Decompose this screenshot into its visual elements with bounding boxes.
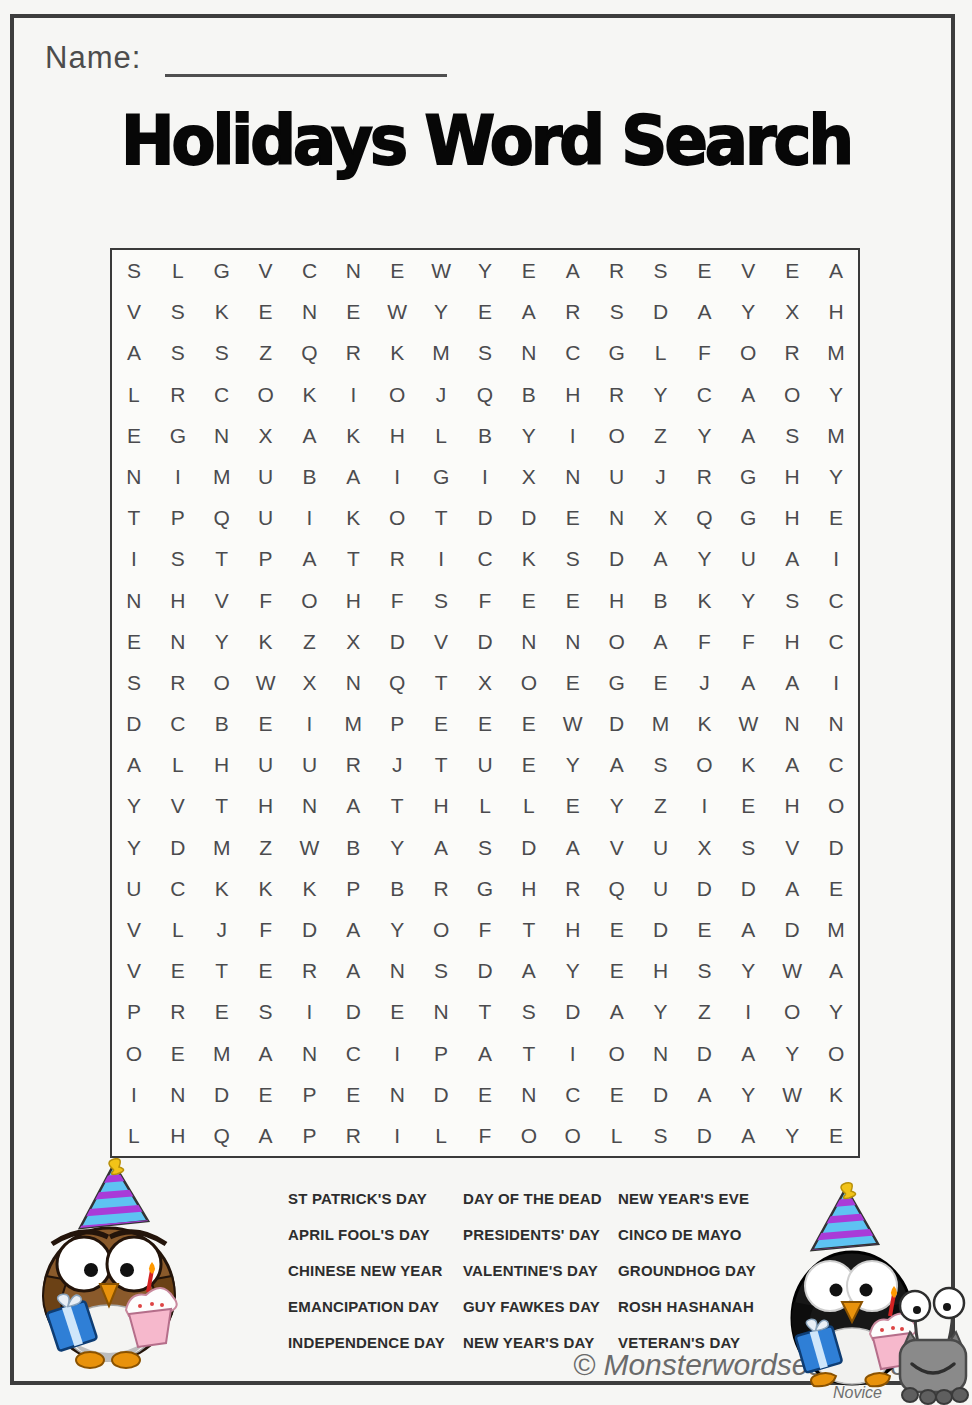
grid-cell-r4c6[interactable]: I: [331, 374, 375, 415]
grid-cell-r4c1[interactable]: L: [112, 374, 156, 415]
grid-cell-r10c8[interactable]: V: [419, 621, 463, 662]
grid-cell-r19c17[interactable]: Y: [814, 991, 858, 1032]
grid-cell-r7c12[interactable]: N: [595, 497, 639, 538]
grid-cell-r5c1[interactable]: E: [112, 415, 156, 456]
grid-cell-r8c3[interactable]: T: [200, 538, 244, 579]
grid-cell-r10c14[interactable]: F: [682, 621, 726, 662]
grid-cell-r10c7[interactable]: D: [375, 621, 419, 662]
grid-cell-r5c12[interactable]: O: [595, 415, 639, 456]
grid-cell-r8c5[interactable]: A: [288, 538, 332, 579]
grid-cell-r4c11[interactable]: H: [551, 374, 595, 415]
grid-cell-r18c14[interactable]: S: [682, 950, 726, 991]
grid-cell-r21c9[interactable]: E: [463, 1074, 507, 1115]
grid-cell-r22c3[interactable]: Q: [200, 1115, 244, 1156]
grid-cell-r13c10[interactable]: E: [507, 744, 551, 785]
grid-cell-r9c16[interactable]: S: [770, 579, 814, 620]
grid-cell-r10c12[interactable]: O: [595, 621, 639, 662]
grid-cell-r1c11[interactable]: A: [551, 250, 595, 291]
grid-cell-r18c15[interactable]: Y: [726, 950, 770, 991]
grid-cell-r5c8[interactable]: L: [419, 415, 463, 456]
grid-cell-r2c16[interactable]: X: [770, 291, 814, 332]
grid-cell-r2c9[interactable]: E: [463, 291, 507, 332]
grid-cell-r22c4[interactable]: A: [244, 1115, 288, 1156]
grid-cell-r12c11[interactable]: W: [551, 703, 595, 744]
grid-cell-r8c1[interactable]: I: [112, 538, 156, 579]
grid-cell-r11c3[interactable]: O: [200, 662, 244, 703]
grid-cell-r5c15[interactable]: A: [726, 415, 770, 456]
grid-cell-r14c3[interactable]: T: [200, 785, 244, 826]
grid-cell-r4c5[interactable]: K: [288, 374, 332, 415]
grid-cell-r3c11[interactable]: C: [551, 332, 595, 373]
grid-cell-r5c14[interactable]: Y: [682, 415, 726, 456]
grid-cell-r2c2[interactable]: S: [156, 291, 200, 332]
grid-cell-r20c15[interactable]: A: [726, 1032, 770, 1073]
grid-cell-r10c4[interactable]: K: [244, 621, 288, 662]
grid-cell-r9c1[interactable]: N: [112, 579, 156, 620]
grid-cell-r8c7[interactable]: R: [375, 538, 419, 579]
grid-cell-r1c15[interactable]: V: [726, 250, 770, 291]
grid-cell-r21c15[interactable]: Y: [726, 1074, 770, 1115]
grid-cell-r16c15[interactable]: D: [726, 868, 770, 909]
grid-cell-r6c14[interactable]: R: [682, 456, 726, 497]
grid-cell-r7c9[interactable]: D: [463, 497, 507, 538]
grid-cell-r5c7[interactable]: H: [375, 415, 419, 456]
grid-cell-r15c1[interactable]: Y: [112, 827, 156, 868]
grid-cell-r19c12[interactable]: A: [595, 991, 639, 1032]
grid-cell-r11c2[interactable]: R: [156, 662, 200, 703]
grid-cell-r14c5[interactable]: N: [288, 785, 332, 826]
grid-cell-r14c8[interactable]: H: [419, 785, 463, 826]
grid-cell-r1c14[interactable]: E: [682, 250, 726, 291]
grid-cell-r15c2[interactable]: D: [156, 827, 200, 868]
grid-cell-r1c10[interactable]: E: [507, 250, 551, 291]
grid-cell-r22c7[interactable]: I: [375, 1115, 419, 1156]
grid-cell-r5c11[interactable]: I: [551, 415, 595, 456]
grid-cell-r8c6[interactable]: T: [331, 538, 375, 579]
grid-cell-r9c8[interactable]: S: [419, 579, 463, 620]
grid-cell-r17c3[interactable]: J: [200, 909, 244, 950]
grid-cell-r11c6[interactable]: N: [331, 662, 375, 703]
grid-cell-r18c9[interactable]: D: [463, 950, 507, 991]
grid-cell-r2c13[interactable]: D: [639, 291, 683, 332]
grid-cell-r9c14[interactable]: K: [682, 579, 726, 620]
grid-cell-r22c17[interactable]: E: [814, 1115, 858, 1156]
grid-cell-r5c10[interactable]: Y: [507, 415, 551, 456]
grid-cell-r17c14[interactable]: E: [682, 909, 726, 950]
grid-cell-r1c16[interactable]: E: [770, 250, 814, 291]
grid-cell-r11c1[interactable]: S: [112, 662, 156, 703]
grid-cell-r19c16[interactable]: O: [770, 991, 814, 1032]
grid-cell-r21c17[interactable]: K: [814, 1074, 858, 1115]
grid-cell-r9c5[interactable]: O: [288, 579, 332, 620]
grid-cell-r8c2[interactable]: S: [156, 538, 200, 579]
grid-cell-r21c3[interactable]: D: [200, 1074, 244, 1115]
grid-cell-r20c8[interactable]: P: [419, 1032, 463, 1073]
grid-cell-r3c8[interactable]: M: [419, 332, 463, 373]
grid-cell-r2c12[interactable]: S: [595, 291, 639, 332]
grid-cell-r3c16[interactable]: R: [770, 332, 814, 373]
grid-cell-r9c15[interactable]: Y: [726, 579, 770, 620]
grid-cell-r7c16[interactable]: H: [770, 497, 814, 538]
grid-cell-r4c15[interactable]: A: [726, 374, 770, 415]
grid-cell-r16c1[interactable]: U: [112, 868, 156, 909]
grid-cell-r12c14[interactable]: K: [682, 703, 726, 744]
grid-cell-r21c8[interactable]: D: [419, 1074, 463, 1115]
grid-cell-r13c16[interactable]: A: [770, 744, 814, 785]
grid-cell-r21c7[interactable]: N: [375, 1074, 419, 1115]
grid-cell-r13c8[interactable]: T: [419, 744, 463, 785]
grid-cell-r20c16[interactable]: Y: [770, 1032, 814, 1073]
grid-cell-r19c11[interactable]: D: [551, 991, 595, 1032]
grid-cell-r22c1[interactable]: L: [112, 1115, 156, 1156]
grid-cell-r20c13[interactable]: N: [639, 1032, 683, 1073]
grid-cell-r11c15[interactable]: A: [726, 662, 770, 703]
grid-cell-r11c9[interactable]: X: [463, 662, 507, 703]
grid-cell-r14c17[interactable]: O: [814, 785, 858, 826]
grid-cell-r7c1[interactable]: T: [112, 497, 156, 538]
grid-cell-r8c4[interactable]: P: [244, 538, 288, 579]
grid-cell-r14c13[interactable]: Z: [639, 785, 683, 826]
grid-cell-r6c2[interactable]: I: [156, 456, 200, 497]
grid-cell-r13c5[interactable]: U: [288, 744, 332, 785]
grid-cell-r16c14[interactable]: D: [682, 868, 726, 909]
grid-cell-r19c14[interactable]: Z: [682, 991, 726, 1032]
grid-cell-r22c8[interactable]: L: [419, 1115, 463, 1156]
grid-cell-r11c11[interactable]: E: [551, 662, 595, 703]
grid-cell-r17c13[interactable]: D: [639, 909, 683, 950]
grid-cell-r15c16[interactable]: V: [770, 827, 814, 868]
grid-cell-r21c12[interactable]: E: [595, 1074, 639, 1115]
grid-cell-r20c10[interactable]: T: [507, 1032, 551, 1073]
grid-cell-r10c1[interactable]: E: [112, 621, 156, 662]
grid-cell-r17c9[interactable]: F: [463, 909, 507, 950]
grid-cell-r20c7[interactable]: I: [375, 1032, 419, 1073]
grid-cell-r12c4[interactable]: E: [244, 703, 288, 744]
grid-cell-r19c9[interactable]: T: [463, 991, 507, 1032]
grid-cell-r4c14[interactable]: C: [682, 374, 726, 415]
grid-cell-r2c14[interactable]: A: [682, 291, 726, 332]
grid-cell-r18c13[interactable]: H: [639, 950, 683, 991]
grid-cell-r7c2[interactable]: P: [156, 497, 200, 538]
grid-cell-r5c13[interactable]: Z: [639, 415, 683, 456]
grid-cell-r12c6[interactable]: M: [331, 703, 375, 744]
grid-cell-r7c17[interactable]: E: [814, 497, 858, 538]
grid-cell-r5c2[interactable]: G: [156, 415, 200, 456]
grid-cell-r4c3[interactable]: C: [200, 374, 244, 415]
grid-cell-r17c12[interactable]: E: [595, 909, 639, 950]
grid-cell-r3c2[interactable]: S: [156, 332, 200, 373]
grid-cell-r14c14[interactable]: I: [682, 785, 726, 826]
grid-cell-r22c16[interactable]: Y: [770, 1115, 814, 1156]
grid-cell-r3c6[interactable]: R: [331, 332, 375, 373]
grid-cell-r13c1[interactable]: A: [112, 744, 156, 785]
grid-cell-r22c15[interactable]: A: [726, 1115, 770, 1156]
grid-cell-r12c2[interactable]: C: [156, 703, 200, 744]
grid-cell-r12c12[interactable]: D: [595, 703, 639, 744]
grid-cell-r19c2[interactable]: R: [156, 991, 200, 1032]
grid-cell-r21c10[interactable]: N: [507, 1074, 551, 1115]
grid-cell-r21c2[interactable]: N: [156, 1074, 200, 1115]
grid-cell-r18c2[interactable]: E: [156, 950, 200, 991]
grid-cell-r1c7[interactable]: E: [375, 250, 419, 291]
grid-cell-r14c1[interactable]: Y: [112, 785, 156, 826]
grid-cell-r5c16[interactable]: S: [770, 415, 814, 456]
grid-cell-r1c5[interactable]: C: [288, 250, 332, 291]
grid-cell-r4c9[interactable]: Q: [463, 374, 507, 415]
grid-cell-r14c6[interactable]: A: [331, 785, 375, 826]
grid-cell-r1c3[interactable]: G: [200, 250, 244, 291]
grid-cell-r6c4[interactable]: U: [244, 456, 288, 497]
grid-cell-r3c14[interactable]: F: [682, 332, 726, 373]
grid-cell-r8c10[interactable]: K: [507, 538, 551, 579]
grid-cell-r9c3[interactable]: V: [200, 579, 244, 620]
grid-cell-r12c15[interactable]: W: [726, 703, 770, 744]
grid-cell-r15c14[interactable]: X: [682, 827, 726, 868]
grid-cell-r7c5[interactable]: I: [288, 497, 332, 538]
grid-cell-r3c15[interactable]: O: [726, 332, 770, 373]
grid-cell-r17c11[interactable]: H: [551, 909, 595, 950]
grid-cell-r15c12[interactable]: V: [595, 827, 639, 868]
grid-cell-r20c6[interactable]: C: [331, 1032, 375, 1073]
grid-cell-r16c2[interactable]: C: [156, 868, 200, 909]
grid-cell-r9c7[interactable]: F: [375, 579, 419, 620]
grid-cell-r6c10[interactable]: X: [507, 456, 551, 497]
grid-cell-r2c8[interactable]: Y: [419, 291, 463, 332]
grid-cell-r11c12[interactable]: G: [595, 662, 639, 703]
grid-cell-r3c12[interactable]: G: [595, 332, 639, 373]
grid-cell-r13c17[interactable]: C: [814, 744, 858, 785]
name-blank-line[interactable]: [165, 42, 447, 77]
grid-cell-r20c3[interactable]: M: [200, 1032, 244, 1073]
grid-cell-r4c12[interactable]: R: [595, 374, 639, 415]
grid-cell-r15c6[interactable]: B: [331, 827, 375, 868]
grid-cell-r18c5[interactable]: R: [288, 950, 332, 991]
grid-cell-r22c14[interactable]: D: [682, 1115, 726, 1156]
grid-cell-r13c3[interactable]: H: [200, 744, 244, 785]
grid-cell-r17c1[interactable]: V: [112, 909, 156, 950]
grid-cell-r20c11[interactable]: I: [551, 1032, 595, 1073]
grid-cell-r12c3[interactable]: B: [200, 703, 244, 744]
grid-cell-r18c6[interactable]: A: [331, 950, 375, 991]
grid-cell-r13c6[interactable]: R: [331, 744, 375, 785]
grid-cell-r6c7[interactable]: I: [375, 456, 419, 497]
grid-cell-r4c2[interactable]: R: [156, 374, 200, 415]
grid-cell-r8c15[interactable]: U: [726, 538, 770, 579]
grid-cell-r16c9[interactable]: G: [463, 868, 507, 909]
grid-cell-r6c5[interactable]: B: [288, 456, 332, 497]
grid-cell-r15c5[interactable]: W: [288, 827, 332, 868]
grid-cell-r13c4[interactable]: U: [244, 744, 288, 785]
grid-cell-r22c5[interactable]: P: [288, 1115, 332, 1156]
grid-cell-r3c10[interactable]: N: [507, 332, 551, 373]
grid-cell-r1c1[interactable]: S: [112, 250, 156, 291]
grid-cell-r5c5[interactable]: A: [288, 415, 332, 456]
grid-cell-r9c4[interactable]: F: [244, 579, 288, 620]
grid-cell-r19c6[interactable]: D: [331, 991, 375, 1032]
grid-cell-r21c13[interactable]: D: [639, 1074, 683, 1115]
grid-cell-r16c3[interactable]: K: [200, 868, 244, 909]
grid-cell-r18c1[interactable]: V: [112, 950, 156, 991]
grid-cell-r10c5[interactable]: Z: [288, 621, 332, 662]
grid-cell-r1c2[interactable]: L: [156, 250, 200, 291]
grid-cell-r3c13[interactable]: L: [639, 332, 683, 373]
grid-cell-r6c12[interactable]: U: [595, 456, 639, 497]
grid-cell-r1c17[interactable]: A: [814, 250, 858, 291]
grid-cell-r11c5[interactable]: X: [288, 662, 332, 703]
grid-cell-r2c17[interactable]: H: [814, 291, 858, 332]
grid-cell-r18c3[interactable]: T: [200, 950, 244, 991]
grid-cell-r1c9[interactable]: Y: [463, 250, 507, 291]
grid-cell-r16c8[interactable]: R: [419, 868, 463, 909]
grid-cell-r5c9[interactable]: B: [463, 415, 507, 456]
grid-cell-r21c16[interactable]: W: [770, 1074, 814, 1115]
grid-cell-r2c11[interactable]: R: [551, 291, 595, 332]
grid-cell-r12c10[interactable]: E: [507, 703, 551, 744]
grid-cell-r14c12[interactable]: Y: [595, 785, 639, 826]
grid-cell-r8c17[interactable]: I: [814, 538, 858, 579]
grid-cell-r19c7[interactable]: E: [375, 991, 419, 1032]
grid-cell-r5c3[interactable]: N: [200, 415, 244, 456]
grid-cell-r3c5[interactable]: Q: [288, 332, 332, 373]
grid-cell-r6c3[interactable]: M: [200, 456, 244, 497]
grid-cell-r11c14[interactable]: J: [682, 662, 726, 703]
grid-cell-r10c13[interactable]: A: [639, 621, 683, 662]
grid-cell-r8c12[interactable]: D: [595, 538, 639, 579]
grid-cell-r4c8[interactable]: J: [419, 374, 463, 415]
grid-cell-r12c13[interactable]: M: [639, 703, 683, 744]
grid-cell-r22c6[interactable]: R: [331, 1115, 375, 1156]
grid-cell-r6c15[interactable]: G: [726, 456, 770, 497]
grid-cell-r2c1[interactable]: V: [112, 291, 156, 332]
grid-cell-r20c1[interactable]: O: [112, 1032, 156, 1073]
grid-cell-r2c6[interactable]: E: [331, 291, 375, 332]
grid-cell-r12c9[interactable]: E: [463, 703, 507, 744]
grid-cell-r15c9[interactable]: S: [463, 827, 507, 868]
grid-cell-r10c2[interactable]: N: [156, 621, 200, 662]
grid-cell-r15c8[interactable]: A: [419, 827, 463, 868]
grid-cell-r18c16[interactable]: W: [770, 950, 814, 991]
grid-cell-r9c9[interactable]: F: [463, 579, 507, 620]
grid-cell-r18c12[interactable]: E: [595, 950, 639, 991]
grid-cell-r18c4[interactable]: E: [244, 950, 288, 991]
grid-cell-r17c6[interactable]: A: [331, 909, 375, 950]
grid-cell-r17c8[interactable]: O: [419, 909, 463, 950]
grid-cell-r16c10[interactable]: H: [507, 868, 551, 909]
grid-cell-r11c16[interactable]: A: [770, 662, 814, 703]
grid-cell-r13c7[interactable]: J: [375, 744, 419, 785]
grid-cell-r16c12[interactable]: Q: [595, 868, 639, 909]
grid-cell-r4c13[interactable]: Y: [639, 374, 683, 415]
grid-cell-r13c14[interactable]: O: [682, 744, 726, 785]
grid-cell-r21c1[interactable]: I: [112, 1074, 156, 1115]
grid-cell-r8c8[interactable]: I: [419, 538, 463, 579]
grid-cell-r9c17[interactable]: C: [814, 579, 858, 620]
grid-cell-r17c16[interactable]: D: [770, 909, 814, 950]
grid-cell-r19c1[interactable]: P: [112, 991, 156, 1032]
grid-cell-r17c15[interactable]: A: [726, 909, 770, 950]
grid-cell-r20c17[interactable]: O: [814, 1032, 858, 1073]
grid-cell-r18c7[interactable]: N: [375, 950, 419, 991]
grid-cell-r7c8[interactable]: T: [419, 497, 463, 538]
grid-cell-r3c9[interactable]: S: [463, 332, 507, 373]
grid-cell-r16c11[interactable]: R: [551, 868, 595, 909]
grid-cell-r10c16[interactable]: H: [770, 621, 814, 662]
grid-cell-r4c17[interactable]: Y: [814, 374, 858, 415]
grid-cell-r1c6[interactable]: N: [331, 250, 375, 291]
grid-cell-r12c7[interactable]: P: [375, 703, 419, 744]
grid-cell-r19c4[interactable]: S: [244, 991, 288, 1032]
grid-cell-r22c2[interactable]: H: [156, 1115, 200, 1156]
grid-cell-r1c12[interactable]: R: [595, 250, 639, 291]
grid-cell-r21c11[interactable]: C: [551, 1074, 595, 1115]
grid-cell-r15c15[interactable]: S: [726, 827, 770, 868]
grid-cell-r3c7[interactable]: K: [375, 332, 419, 373]
grid-cell-r17c7[interactable]: Y: [375, 909, 419, 950]
grid-cell-r7c10[interactable]: D: [507, 497, 551, 538]
grid-cell-r10c11[interactable]: N: [551, 621, 595, 662]
grid-cell-r14c9[interactable]: L: [463, 785, 507, 826]
grid-cell-r3c4[interactable]: Z: [244, 332, 288, 373]
grid-cell-r18c10[interactable]: A: [507, 950, 551, 991]
grid-cell-r9c6[interactable]: H: [331, 579, 375, 620]
grid-cell-r17c2[interactable]: L: [156, 909, 200, 950]
grid-cell-r14c7[interactable]: T: [375, 785, 419, 826]
grid-cell-r4c7[interactable]: O: [375, 374, 419, 415]
grid-cell-r5c6[interactable]: K: [331, 415, 375, 456]
grid-cell-r17c4[interactable]: F: [244, 909, 288, 950]
grid-cell-r22c11[interactable]: O: [551, 1115, 595, 1156]
grid-cell-r6c16[interactable]: H: [770, 456, 814, 497]
grid-cell-r19c13[interactable]: Y: [639, 991, 683, 1032]
grid-cell-r20c14[interactable]: D: [682, 1032, 726, 1073]
grid-cell-r19c15[interactable]: I: [726, 991, 770, 1032]
grid-cell-r10c17[interactable]: C: [814, 621, 858, 662]
grid-cell-r10c15[interactable]: F: [726, 621, 770, 662]
grid-cell-r11c7[interactable]: Q: [375, 662, 419, 703]
grid-cell-r17c17[interactable]: M: [814, 909, 858, 950]
grid-cell-r7c7[interactable]: O: [375, 497, 419, 538]
grid-cell-r8c13[interactable]: A: [639, 538, 683, 579]
grid-cell-r1c13[interactable]: S: [639, 250, 683, 291]
grid-cell-r17c5[interactable]: D: [288, 909, 332, 950]
grid-cell-r21c14[interactable]: A: [682, 1074, 726, 1115]
grid-cell-r14c4[interactable]: H: [244, 785, 288, 826]
grid-cell-r11c8[interactable]: T: [419, 662, 463, 703]
grid-cell-r18c8[interactable]: S: [419, 950, 463, 991]
grid-cell-r6c17[interactable]: Y: [814, 456, 858, 497]
grid-cell-r15c17[interactable]: D: [814, 827, 858, 868]
grid-cell-r6c11[interactable]: N: [551, 456, 595, 497]
grid-cell-r2c15[interactable]: Y: [726, 291, 770, 332]
grid-cell-r10c3[interactable]: Y: [200, 621, 244, 662]
grid-cell-r9c10[interactable]: E: [507, 579, 551, 620]
grid-cell-r7c6[interactable]: K: [331, 497, 375, 538]
grid-cell-r20c2[interactable]: E: [156, 1032, 200, 1073]
grid-cell-r15c3[interactable]: M: [200, 827, 244, 868]
grid-cell-r4c10[interactable]: B: [507, 374, 551, 415]
grid-cell-r2c10[interactable]: A: [507, 291, 551, 332]
grid-cell-r14c2[interactable]: V: [156, 785, 200, 826]
grid-cell-r5c4[interactable]: X: [244, 415, 288, 456]
grid-cell-r2c3[interactable]: K: [200, 291, 244, 332]
grid-cell-r16c16[interactable]: A: [770, 868, 814, 909]
grid-cell-r13c12[interactable]: A: [595, 744, 639, 785]
grid-cell-r2c4[interactable]: E: [244, 291, 288, 332]
grid-cell-r6c6[interactable]: A: [331, 456, 375, 497]
grid-cell-r19c10[interactable]: S: [507, 991, 551, 1032]
grid-cell-r12c5[interactable]: I: [288, 703, 332, 744]
grid-cell-r11c10[interactable]: O: [507, 662, 551, 703]
